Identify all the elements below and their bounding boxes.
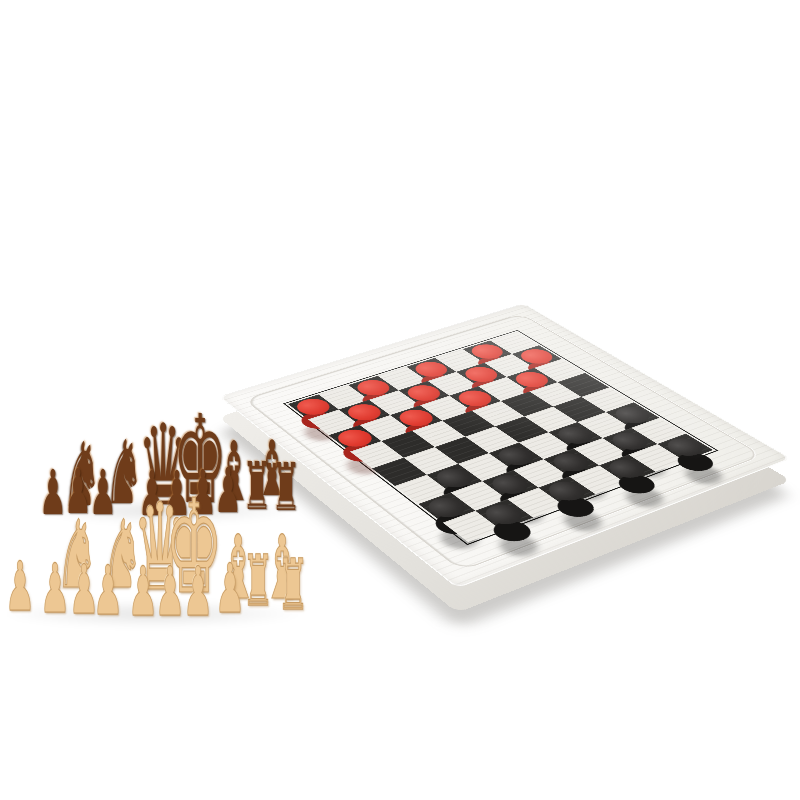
product-photo: ♞♞♛♚♝♝♜♜♟♟♟♟♟♟♟ ♞♞♛♚♝♝♜♜♟♟♟♟♟♟♟♟ <box>0 0 800 800</box>
light-set-shadow <box>0 600 305 628</box>
checkers-board <box>219 303 791 588</box>
dark-set-shadow <box>35 498 300 524</box>
